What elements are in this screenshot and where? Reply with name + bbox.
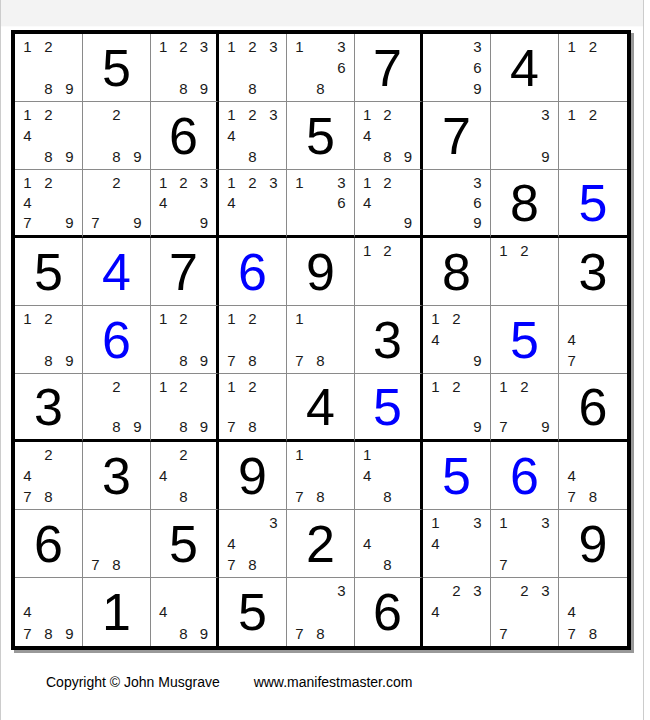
pencil-marks: 148 <box>357 444 418 507</box>
candidate-1 <box>493 104 514 125</box>
cell-value: 5 <box>442 450 471 502</box>
candidate-7 <box>425 623 446 644</box>
candidate-8 <box>242 213 263 233</box>
candidate-2: 2 <box>242 172 263 192</box>
cell-r4c7[interactable]: 8 <box>423 238 491 306</box>
cell-r9c7[interactable]: 234 <box>423 578 491 646</box>
candidate-7 <box>289 213 310 233</box>
cell-r8c9[interactable]: 9 <box>559 510 627 578</box>
pencil-marks: 47 <box>561 308 625 371</box>
cell-value: 6 <box>169 110 198 162</box>
candidate-2: 2 <box>582 104 603 125</box>
candidate-5 <box>242 533 263 554</box>
cell-r6c8[interactable]: 1279 <box>491 374 559 442</box>
candidate-4: 4 <box>425 533 446 554</box>
candidate-8: 8 <box>38 350 59 371</box>
candidate-9: 9 <box>59 213 80 233</box>
candidate-8: 8 <box>582 486 603 507</box>
candidate-6 <box>535 601 556 622</box>
cell-r4c1[interactable]: 5 <box>15 238 83 306</box>
pencil-marks: 12 <box>493 240 556 303</box>
candidate-8: 8 <box>582 623 603 644</box>
candidate-8: 8 <box>377 554 397 575</box>
candidate-3 <box>127 104 148 125</box>
pencil-marks: 1279 <box>493 376 556 437</box>
candidate-6 <box>59 192 80 212</box>
cell-r4c8[interactable]: 12 <box>491 238 559 306</box>
candidate-3: 3 <box>331 580 352 601</box>
cell-r2c7[interactable]: 7 <box>423 102 491 170</box>
cell-r5c3[interactable]: 1289 <box>151 306 219 374</box>
candidate-9: 9 <box>59 78 80 99</box>
cell-value: 6 <box>579 381 608 433</box>
candidate-2: 2 <box>106 172 127 192</box>
candidate-1: 1 <box>357 104 377 125</box>
cell-r3c9[interactable]: 5 <box>559 170 627 238</box>
cell-r7c1[interactable]: 2478 <box>15 442 83 510</box>
candidate-6 <box>194 57 214 78</box>
cell-r5c1[interactable]: 1289 <box>15 306 83 374</box>
cell-r5c4[interactable]: 1278 <box>219 306 287 374</box>
candidate-1: 1 <box>289 36 310 57</box>
cell-r3c3[interactable]: 12349 <box>151 170 219 238</box>
cell-r1c4[interactable]: 1238 <box>219 34 287 102</box>
candidate-1 <box>425 36 446 57</box>
candidate-7: 7 <box>17 486 38 507</box>
candidate-5 <box>38 125 59 146</box>
candidate-3 <box>398 512 418 533</box>
candidate-5 <box>514 125 535 146</box>
cell-r7c2[interactable]: 3 <box>83 442 151 510</box>
pencil-marks: 12 <box>357 240 418 303</box>
candidate-7 <box>425 350 446 371</box>
candidate-3: 3 <box>263 104 284 125</box>
candidate-9: 9 <box>127 417 148 437</box>
cell-r5c5[interactable]: 178 <box>287 306 355 374</box>
pencil-marks: 12 <box>561 104 625 167</box>
cell-r8c8[interactable]: 137 <box>491 510 559 578</box>
cell-r1c2[interactable]: 5 <box>83 34 151 102</box>
candidate-4: 4 <box>561 601 582 622</box>
cell-r9c4[interactable]: 5 <box>219 578 287 646</box>
cell-r7c9[interactable]: 478 <box>559 442 627 510</box>
cell-r8c5[interactable]: 2 <box>287 510 355 578</box>
cell-r3c8[interactable]: 8 <box>491 170 559 238</box>
cell-r6c1[interactable]: 3 <box>15 374 83 442</box>
candidate-7 <box>221 213 242 233</box>
candidate-2 <box>446 512 467 533</box>
candidate-2: 2 <box>582 36 603 57</box>
candidate-2: 2 <box>514 580 535 601</box>
cell-r5c6[interactable]: 3 <box>355 306 423 374</box>
cell-r9c6[interactable]: 6 <box>355 578 423 646</box>
candidate-3: 3 <box>331 172 352 192</box>
candidate-2 <box>377 444 397 465</box>
candidate-9: 9 <box>194 623 214 644</box>
candidate-1: 1 <box>357 444 377 465</box>
pencil-marks: 12489 <box>17 104 80 167</box>
cell-r4c9[interactable]: 3 <box>559 238 627 306</box>
pencil-marks: 12389 <box>153 36 214 99</box>
cell-r9c5[interactable]: 378 <box>287 578 355 646</box>
candidate-7 <box>153 417 173 437</box>
candidate-4 <box>85 125 106 146</box>
cell-r3c6[interactable]: 1249 <box>355 170 423 238</box>
candidate-7: 7 <box>561 350 582 371</box>
pencil-marks: 478 <box>561 444 625 507</box>
candidate-2: 2 <box>106 104 127 125</box>
cell-r6c5[interactable]: 4 <box>287 374 355 442</box>
candidate-2 <box>310 444 331 465</box>
candidate-7 <box>357 213 377 233</box>
candidate-8: 8 <box>38 486 59 507</box>
candidate-6 <box>535 396 556 416</box>
cell-r4c6[interactable]: 12 <box>355 238 423 306</box>
candidate-6 <box>194 192 214 212</box>
cell-r6c6[interactable]: 5 <box>355 374 423 442</box>
cell-r9c3[interactable]: 489 <box>151 578 219 646</box>
candidate-8 <box>173 213 193 233</box>
cell-r8c4[interactable]: 3478 <box>219 510 287 578</box>
cell-r2c2[interactable]: 289 <box>83 102 151 170</box>
cell-r1c7[interactable]: 369 <box>423 34 491 102</box>
candidate-6 <box>467 396 488 416</box>
candidate-4 <box>153 57 173 78</box>
cell-r7c4[interactable]: 9 <box>219 442 287 510</box>
candidate-7 <box>17 78 38 99</box>
candidate-3 <box>59 172 80 192</box>
candidate-4 <box>493 601 514 622</box>
candidate-5 <box>106 192 127 212</box>
candidate-1 <box>357 512 377 533</box>
candidate-3 <box>59 580 80 601</box>
candidate-2: 2 <box>173 172 193 192</box>
candidate-3 <box>604 36 625 57</box>
candidate-9: 9 <box>467 417 488 437</box>
candidate-8 <box>446 213 467 233</box>
candidate-3 <box>331 308 352 329</box>
candidate-3: 3 <box>467 580 488 601</box>
cell-r6c3[interactable]: 1289 <box>151 374 219 442</box>
cell-r1c3[interactable]: 12389 <box>151 34 219 102</box>
cell-r9c8[interactable]: 237 <box>491 578 559 646</box>
candidate-5 <box>514 261 535 282</box>
candidate-8: 8 <box>310 78 331 99</box>
cell-r8c3[interactable]: 5 <box>151 510 219 578</box>
cell-r8c2[interactable]: 78 <box>83 510 151 578</box>
pencil-marks: 48 <box>357 512 418 575</box>
pencil-marks: 134 <box>425 512 488 575</box>
candidate-3: 3 <box>263 512 284 533</box>
cell-value: 6 <box>102 314 131 366</box>
candidate-7 <box>221 146 242 167</box>
website-link[interactable]: www.manifestmaster.com <box>254 674 413 690</box>
cell-r2c9[interactable]: 12 <box>559 102 627 170</box>
cell-r9c2[interactable]: 1 <box>83 578 151 646</box>
candidate-1: 1 <box>425 512 446 533</box>
candidate-3: 3 <box>194 36 214 57</box>
cell-r3c1[interactable]: 12479 <box>15 170 83 238</box>
candidate-9: 9 <box>59 146 80 167</box>
cell-r7c5[interactable]: 178 <box>287 442 355 510</box>
cell-r3c2[interactable]: 279 <box>83 170 151 238</box>
candidate-4: 4 <box>17 192 38 212</box>
candidate-8 <box>446 554 467 575</box>
candidate-6 <box>59 57 80 78</box>
candidate-9 <box>59 486 80 507</box>
candidate-9: 9 <box>59 350 80 371</box>
candidate-6 <box>127 533 148 554</box>
candidate-5 <box>446 601 467 622</box>
candidate-3 <box>127 512 148 533</box>
candidate-5 <box>106 125 127 146</box>
candidate-7: 7 <box>17 623 38 644</box>
candidate-1: 1 <box>425 308 446 329</box>
candidate-3 <box>604 308 625 329</box>
cell-r9c1[interactable]: 4789 <box>15 578 83 646</box>
cell-r5c8[interactable]: 5 <box>491 306 559 374</box>
candidate-9 <box>331 623 352 644</box>
candidate-9 <box>604 350 625 371</box>
cell-r2c4[interactable]: 12348 <box>219 102 287 170</box>
page: 1289512389123813687369412124892896123485… <box>0 0 644 720</box>
candidate-2: 2 <box>38 104 59 125</box>
cell-r5c7[interactable]: 1249 <box>423 306 491 374</box>
cell-r6c2[interactable]: 289 <box>83 374 151 442</box>
cell-r1c1[interactable]: 1289 <box>15 34 83 102</box>
candidate-1: 1 <box>289 444 310 465</box>
candidate-9 <box>263 146 284 167</box>
candidate-8: 8 <box>377 146 397 167</box>
candidate-9 <box>127 554 148 575</box>
candidate-8: 8 <box>310 350 331 371</box>
candidate-2 <box>514 104 535 125</box>
candidate-3 <box>535 376 556 396</box>
cell-r1c6[interactable]: 7 <box>355 34 423 102</box>
candidate-3 <box>194 444 214 465</box>
candidate-3: 3 <box>194 172 214 192</box>
candidate-9: 9 <box>127 146 148 167</box>
pencil-marks: 178 <box>289 444 352 507</box>
cell-r7c7[interactable]: 5 <box>423 442 491 510</box>
cell-value: 3 <box>373 314 402 366</box>
cell-r2c6[interactable]: 12489 <box>355 102 423 170</box>
candidate-2: 2 <box>446 580 467 601</box>
candidate-4: 4 <box>357 465 377 486</box>
candidate-8: 8 <box>38 146 59 167</box>
pencil-marks: 4789 <box>17 580 80 644</box>
candidate-5 <box>38 601 59 622</box>
cell-r3c7[interactable]: 369 <box>423 170 491 238</box>
candidate-6 <box>127 396 148 416</box>
candidate-9: 9 <box>467 78 488 99</box>
candidate-8: 8 <box>173 623 193 644</box>
cell-value: 5 <box>34 246 63 298</box>
cell-r3c4[interactable]: 1234 <box>219 170 287 238</box>
candidate-5 <box>514 533 535 554</box>
candidate-9 <box>398 486 418 507</box>
cell-value: 4 <box>306 381 335 433</box>
candidate-1 <box>425 172 446 192</box>
candidate-7: 7 <box>561 486 582 507</box>
candidate-2: 2 <box>38 308 59 329</box>
cell-r2c8[interactable]: 39 <box>491 102 559 170</box>
candidate-1: 1 <box>153 376 173 396</box>
pencil-marks: 289 <box>85 376 148 437</box>
pencil-marks: 1278 <box>221 308 284 371</box>
cell-r7c6[interactable]: 148 <box>355 442 423 510</box>
cell-r2c3[interactable]: 6 <box>151 102 219 170</box>
candidate-1: 1 <box>493 512 514 533</box>
candidate-9: 9 <box>194 78 214 99</box>
candidate-9 <box>604 78 625 99</box>
cell-value: 7 <box>169 246 198 298</box>
candidate-9 <box>398 282 418 303</box>
candidate-7: 7 <box>289 486 310 507</box>
cell-r2c1[interactable]: 12489 <box>15 102 83 170</box>
pencil-marks: 378 <box>289 580 352 644</box>
cell-value: 3 <box>579 246 608 298</box>
pencil-marks: 78 <box>85 512 148 575</box>
candidate-8 <box>514 417 535 437</box>
cell-r6c9[interactable]: 6 <box>559 374 627 442</box>
candidate-2: 2 <box>377 104 397 125</box>
candidate-1 <box>493 580 514 601</box>
candidate-7 <box>357 146 377 167</box>
candidate-2 <box>38 580 59 601</box>
candidate-1: 1 <box>17 104 38 125</box>
cell-r7c3[interactable]: 248 <box>151 442 219 510</box>
candidate-9 <box>263 213 284 233</box>
candidate-5 <box>173 57 193 78</box>
candidate-3 <box>127 172 148 192</box>
candidate-8: 8 <box>106 554 127 575</box>
cell-r9c9[interactable]: 478 <box>559 578 627 646</box>
cell-value: 6 <box>373 586 402 638</box>
candidate-9: 9 <box>194 350 214 371</box>
candidate-1: 1 <box>493 240 514 261</box>
candidate-7 <box>153 350 173 371</box>
cell-value: 6 <box>238 246 267 298</box>
candidate-4: 4 <box>357 125 377 146</box>
candidate-9 <box>398 554 418 575</box>
candidate-1: 1 <box>153 308 173 329</box>
candidate-7 <box>289 78 310 99</box>
candidate-5 <box>310 601 331 622</box>
cell-r5c2[interactable]: 6 <box>83 306 151 374</box>
candidate-8 <box>514 554 535 575</box>
candidate-7: 7 <box>85 213 106 233</box>
cell-r2c5[interactable]: 5 <box>287 102 355 170</box>
candidate-7 <box>425 554 446 575</box>
candidate-5 <box>310 329 331 350</box>
cell-r4c5[interactable]: 9 <box>287 238 355 306</box>
cell-r1c9[interactable]: 12 <box>559 34 627 102</box>
candidate-6 <box>263 396 284 416</box>
candidate-6 <box>467 329 488 350</box>
candidate-8 <box>446 623 467 644</box>
candidate-1: 1 <box>289 172 310 192</box>
cell-r1c5[interactable]: 1368 <box>287 34 355 102</box>
cell-r4c2[interactable]: 4 <box>83 238 151 306</box>
candidate-3 <box>194 580 214 601</box>
candidate-2: 2 <box>173 376 193 396</box>
pencil-marks: 12349 <box>153 172 214 233</box>
cell-r6c4[interactable]: 1278 <box>219 374 287 442</box>
candidate-3 <box>331 444 352 465</box>
candidate-5 <box>582 125 603 146</box>
cell-r4c3[interactable]: 7 <box>151 238 219 306</box>
cell-r5c9[interactable]: 47 <box>559 306 627 374</box>
candidate-6 <box>263 533 284 554</box>
candidate-8: 8 <box>173 486 193 507</box>
candidate-4 <box>85 396 106 416</box>
candidate-2 <box>310 36 331 57</box>
candidate-3 <box>59 36 80 57</box>
candidate-4 <box>357 261 377 282</box>
cell-r7c8[interactable]: 6 <box>491 442 559 510</box>
candidate-2: 2 <box>377 240 397 261</box>
candidate-4 <box>221 396 242 416</box>
candidate-8 <box>446 417 467 437</box>
cell-r8c6[interactable]: 48 <box>355 510 423 578</box>
candidate-1 <box>425 580 446 601</box>
candidate-8: 8 <box>106 417 127 437</box>
candidate-1: 1 <box>493 376 514 396</box>
candidate-5 <box>377 533 397 554</box>
cell-r8c7[interactable]: 134 <box>423 510 491 578</box>
candidate-7 <box>561 146 582 167</box>
candidate-6 <box>263 192 284 212</box>
candidate-4: 4 <box>425 329 446 350</box>
candidate-6: 6 <box>331 57 352 78</box>
candidate-4: 4 <box>153 465 173 486</box>
cell-r8c1[interactable]: 6 <box>15 510 83 578</box>
candidate-9: 9 <box>467 350 488 371</box>
candidate-7 <box>493 282 514 303</box>
candidate-6 <box>604 465 625 486</box>
candidate-5 <box>242 57 263 78</box>
cell-r1c8[interactable]: 4 <box>491 34 559 102</box>
candidate-6 <box>398 125 418 146</box>
candidate-9: 9 <box>535 146 556 167</box>
candidate-2 <box>582 580 603 601</box>
candidate-6 <box>59 465 80 486</box>
candidate-7 <box>85 417 106 437</box>
cell-r6c7[interactable]: 129 <box>423 374 491 442</box>
candidate-1 <box>561 308 582 329</box>
cell-r3c5[interactable]: 136 <box>287 170 355 238</box>
candidate-9 <box>263 78 284 99</box>
candidate-6 <box>398 533 418 554</box>
candidate-1 <box>85 172 106 192</box>
candidate-6: 6 <box>331 192 352 212</box>
candidate-4 <box>425 396 446 416</box>
candidate-2: 2 <box>446 376 467 396</box>
candidate-9 <box>263 554 284 575</box>
candidate-7: 7 <box>221 554 242 575</box>
pencil-marks: 12489 <box>357 104 418 167</box>
cell-value: 5 <box>373 381 402 433</box>
cell-value: 3 <box>34 381 63 433</box>
candidate-9 <box>467 554 488 575</box>
pencil-marks: 136 <box>289 172 352 233</box>
pencil-marks: 1368 <box>289 36 352 99</box>
candidate-2: 2 <box>38 36 59 57</box>
candidate-9 <box>194 486 214 507</box>
cell-r4c4[interactable]: 6 <box>219 238 287 306</box>
candidate-9: 9 <box>194 417 214 437</box>
